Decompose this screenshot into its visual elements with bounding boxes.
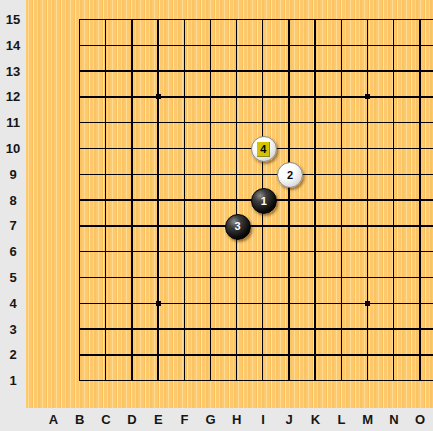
intersection-i9: 2 bbox=[276, 161, 302, 187]
intersection-g6 bbox=[224, 239, 250, 265]
intersection-b10 bbox=[93, 136, 119, 162]
row-label-13: 13 bbox=[0, 58, 26, 84]
intersection-b5 bbox=[93, 265, 119, 291]
intersection-m11 bbox=[381, 110, 407, 136]
intersection-n9 bbox=[407, 161, 433, 187]
intersection-f5 bbox=[197, 265, 223, 291]
intersection-h13 bbox=[250, 58, 276, 84]
intersection-a1 bbox=[66, 368, 92, 394]
intersection-a3 bbox=[66, 316, 92, 342]
intersection-a9 bbox=[66, 161, 92, 187]
intersection-c14 bbox=[119, 32, 145, 58]
intersection-i4 bbox=[276, 290, 302, 316]
intersection-d6 bbox=[145, 239, 171, 265]
intersection-g9 bbox=[224, 161, 250, 187]
intersection-c5 bbox=[119, 265, 145, 291]
intersection-g2 bbox=[224, 342, 250, 368]
intersection-m14 bbox=[381, 32, 407, 58]
intersection-b13 bbox=[93, 58, 119, 84]
intersection-b6 bbox=[93, 239, 119, 265]
intersection-j2 bbox=[302, 342, 328, 368]
intersection-j1 bbox=[302, 368, 328, 394]
star-point bbox=[365, 301, 370, 306]
intersection-a11 bbox=[66, 110, 92, 136]
row-label-3: 3 bbox=[0, 316, 26, 342]
intersection-f11 bbox=[197, 110, 223, 136]
intersection-e15 bbox=[171, 7, 197, 33]
intersection-i6 bbox=[276, 239, 302, 265]
intersection-d7 bbox=[145, 213, 171, 239]
intersection-e3 bbox=[171, 316, 197, 342]
intersection-n6 bbox=[407, 239, 433, 265]
intersection-c7 bbox=[119, 213, 145, 239]
intersection-m13 bbox=[381, 58, 407, 84]
intersection-n15 bbox=[407, 7, 433, 33]
column-label-m: M bbox=[355, 408, 381, 431]
column-label-d: D bbox=[119, 408, 145, 431]
column-label-j: J bbox=[276, 408, 302, 431]
intersection-e5 bbox=[171, 265, 197, 291]
intersection-a4 bbox=[66, 290, 92, 316]
intersection-f6 bbox=[197, 239, 223, 265]
column-label-g: G bbox=[198, 408, 224, 431]
intersection-l6 bbox=[354, 239, 380, 265]
intersection-h11 bbox=[250, 110, 276, 136]
intersection-i7 bbox=[276, 213, 302, 239]
column-label-k: K bbox=[302, 408, 328, 431]
intersection-d15 bbox=[145, 7, 171, 33]
intersection-m1 bbox=[381, 368, 407, 394]
intersection-c2 bbox=[119, 342, 145, 368]
intersection-k10 bbox=[328, 136, 354, 162]
intersection-j7 bbox=[302, 213, 328, 239]
intersection-i2 bbox=[276, 342, 302, 368]
intersection-d1 bbox=[145, 368, 171, 394]
intersection-f13 bbox=[197, 58, 223, 84]
intersection-m8 bbox=[381, 187, 407, 213]
intersection-a8 bbox=[66, 187, 92, 213]
column-label-o: O bbox=[407, 408, 433, 431]
board-grid: 4213 bbox=[66, 7, 433, 394]
intersection-b8 bbox=[93, 187, 119, 213]
intersection-h12 bbox=[250, 84, 276, 110]
intersection-e14 bbox=[171, 32, 197, 58]
intersection-a10 bbox=[66, 136, 92, 162]
intersection-n2 bbox=[407, 342, 433, 368]
intersection-k5 bbox=[328, 265, 354, 291]
intersection-i1 bbox=[276, 368, 302, 394]
intersection-a12 bbox=[66, 84, 92, 110]
intersection-k7 bbox=[328, 213, 354, 239]
intersection-l15 bbox=[354, 7, 380, 33]
intersection-h3 bbox=[250, 316, 276, 342]
intersection-b4 bbox=[93, 290, 119, 316]
intersection-m3 bbox=[381, 316, 407, 342]
row-label-14: 14 bbox=[0, 32, 26, 58]
row-label-5: 5 bbox=[0, 265, 26, 291]
intersection-c15 bbox=[119, 7, 145, 33]
intersection-f12 bbox=[197, 84, 223, 110]
intersection-n3 bbox=[407, 316, 433, 342]
intersection-b2 bbox=[93, 342, 119, 368]
intersection-g1 bbox=[224, 368, 250, 394]
intersection-e4 bbox=[171, 290, 197, 316]
intersection-g5 bbox=[224, 265, 250, 291]
row-label-11: 11 bbox=[0, 110, 26, 136]
intersection-m4 bbox=[381, 290, 407, 316]
intersection-f9 bbox=[197, 161, 223, 187]
intersection-a2 bbox=[66, 342, 92, 368]
intersection-k15 bbox=[328, 7, 354, 33]
intersection-a13 bbox=[66, 58, 92, 84]
intersection-j3 bbox=[302, 316, 328, 342]
go-diagram: 4213 151413121110987654321 ABCDEFGHIJKLM… bbox=[0, 0, 433, 431]
intersection-l11 bbox=[354, 110, 380, 136]
intersection-b11 bbox=[93, 110, 119, 136]
intersection-g14 bbox=[224, 32, 250, 58]
intersection-d13 bbox=[145, 58, 171, 84]
stone-white-i9: 2 bbox=[277, 162, 303, 188]
intersection-j15 bbox=[302, 7, 328, 33]
intersection-j6 bbox=[302, 239, 328, 265]
intersection-c4 bbox=[119, 290, 145, 316]
intersection-d3 bbox=[145, 316, 171, 342]
intersection-g8 bbox=[224, 187, 250, 213]
intersection-n8 bbox=[407, 187, 433, 213]
intersection-e2 bbox=[171, 342, 197, 368]
intersection-h2 bbox=[250, 342, 276, 368]
intersection-a7 bbox=[66, 213, 92, 239]
row-label-7: 7 bbox=[0, 213, 26, 239]
intersection-l9 bbox=[354, 161, 380, 187]
intersection-k6 bbox=[328, 239, 354, 265]
intersection-f3 bbox=[197, 316, 223, 342]
intersection-i12 bbox=[276, 84, 302, 110]
intersection-b7 bbox=[93, 213, 119, 239]
column-label-i: I bbox=[250, 408, 276, 431]
intersection-k2 bbox=[328, 342, 354, 368]
intersection-m6 bbox=[381, 239, 407, 265]
intersection-f1 bbox=[197, 368, 223, 394]
intersection-l10 bbox=[354, 136, 380, 162]
intersection-g11 bbox=[224, 110, 250, 136]
intersection-i15 bbox=[276, 7, 302, 33]
move-number: 2 bbox=[287, 169, 293, 182]
intersection-h10: 4 bbox=[250, 136, 276, 162]
row-label-6: 6 bbox=[0, 239, 26, 265]
intersection-b3 bbox=[93, 316, 119, 342]
intersection-h4 bbox=[250, 290, 276, 316]
intersection-c8 bbox=[119, 187, 145, 213]
intersection-g15 bbox=[224, 7, 250, 33]
intersection-k4 bbox=[328, 290, 354, 316]
intersection-f14 bbox=[197, 32, 223, 58]
intersection-l5 bbox=[354, 265, 380, 291]
intersection-e12 bbox=[171, 84, 197, 110]
intersection-d11 bbox=[145, 110, 171, 136]
intersection-a6 bbox=[66, 239, 92, 265]
row-label-15: 15 bbox=[0, 7, 26, 33]
row-label-9: 9 bbox=[0, 161, 26, 187]
intersection-i10 bbox=[276, 136, 302, 162]
intersection-k9 bbox=[328, 161, 354, 187]
intersection-n10 bbox=[407, 136, 433, 162]
intersection-l13 bbox=[354, 58, 380, 84]
intersection-g7: 3 bbox=[224, 213, 250, 239]
column-labels: ABCDEFGHIJKLMNO bbox=[40, 408, 433, 431]
intersection-h15 bbox=[250, 7, 276, 33]
intersection-e10 bbox=[171, 136, 197, 162]
star-point bbox=[365, 94, 370, 99]
intersection-i3 bbox=[276, 316, 302, 342]
intersection-m2 bbox=[381, 342, 407, 368]
intersection-d2 bbox=[145, 342, 171, 368]
intersection-k11 bbox=[328, 110, 354, 136]
intersection-b9 bbox=[93, 161, 119, 187]
intersection-l2 bbox=[354, 342, 380, 368]
intersection-c10 bbox=[119, 136, 145, 162]
intersection-k1 bbox=[328, 368, 354, 394]
star-point bbox=[156, 94, 161, 99]
stone-white-h10: 4 bbox=[251, 136, 277, 162]
intersection-h14 bbox=[250, 32, 276, 58]
intersection-g4 bbox=[224, 290, 250, 316]
intersection-g13 bbox=[224, 58, 250, 84]
intersection-c3 bbox=[119, 316, 145, 342]
column-label-b: B bbox=[67, 408, 93, 431]
intersection-i13 bbox=[276, 58, 302, 84]
intersection-h8: 1 bbox=[250, 187, 276, 213]
stone-black-h8: 1 bbox=[251, 188, 277, 214]
intersection-m7 bbox=[381, 213, 407, 239]
intersection-e1 bbox=[171, 368, 197, 394]
intersection-b14 bbox=[93, 32, 119, 58]
intersection-c6 bbox=[119, 239, 145, 265]
stone-black-g7: 3 bbox=[225, 214, 251, 240]
intersection-l4 bbox=[354, 290, 380, 316]
intersection-j10 bbox=[302, 136, 328, 162]
intersection-e13 bbox=[171, 58, 197, 84]
intersection-l1 bbox=[354, 368, 380, 394]
intersection-m12 bbox=[381, 84, 407, 110]
intersection-l7 bbox=[354, 213, 380, 239]
column-label-l: L bbox=[328, 408, 354, 431]
intersection-f10 bbox=[197, 136, 223, 162]
intersection-i14 bbox=[276, 32, 302, 58]
intersection-k8 bbox=[328, 187, 354, 213]
column-label-c: C bbox=[93, 408, 119, 431]
column-label-e: E bbox=[145, 408, 171, 431]
intersection-m10 bbox=[381, 136, 407, 162]
intersection-m9 bbox=[381, 161, 407, 187]
intersection-k12 bbox=[328, 84, 354, 110]
intersection-n11 bbox=[407, 110, 433, 136]
intersection-c13 bbox=[119, 58, 145, 84]
intersection-f15 bbox=[197, 7, 223, 33]
intersection-h1 bbox=[250, 368, 276, 394]
intersection-j5 bbox=[302, 265, 328, 291]
intersection-d8 bbox=[145, 187, 171, 213]
row-label-8: 8 bbox=[0, 187, 26, 213]
intersection-n5 bbox=[407, 265, 433, 291]
row-labels: 151413121110987654321 bbox=[0, 7, 26, 394]
intersection-l12 bbox=[354, 84, 380, 110]
intersection-h6 bbox=[250, 239, 276, 265]
intersection-k13 bbox=[328, 58, 354, 84]
intersection-d10 bbox=[145, 136, 171, 162]
intersection-a5 bbox=[66, 265, 92, 291]
intersection-d9 bbox=[145, 161, 171, 187]
intersection-g3 bbox=[224, 316, 250, 342]
intersection-l3 bbox=[354, 316, 380, 342]
intersection-f7 bbox=[197, 213, 223, 239]
intersection-j11 bbox=[302, 110, 328, 136]
intersection-e11 bbox=[171, 110, 197, 136]
row-label-1: 1 bbox=[0, 368, 26, 394]
intersection-b15 bbox=[93, 7, 119, 33]
column-label-n: N bbox=[381, 408, 407, 431]
intersection-l14 bbox=[354, 32, 380, 58]
star-point bbox=[156, 301, 161, 306]
intersection-m15 bbox=[381, 7, 407, 33]
intersection-j14 bbox=[302, 32, 328, 58]
intersection-b1 bbox=[93, 368, 119, 394]
intersection-d5 bbox=[145, 265, 171, 291]
column-label-h: H bbox=[224, 408, 250, 431]
move-number: 4 bbox=[257, 142, 270, 157]
intersection-g10 bbox=[224, 136, 250, 162]
intersection-f2 bbox=[197, 342, 223, 368]
intersection-j9 bbox=[302, 161, 328, 187]
intersection-c12 bbox=[119, 84, 145, 110]
intersection-j4 bbox=[302, 290, 328, 316]
go-board: 4213 bbox=[26, 0, 433, 408]
row-label-4: 4 bbox=[0, 290, 26, 316]
intersection-e9 bbox=[171, 161, 197, 187]
move-number: 3 bbox=[235, 220, 241, 233]
intersection-d12 bbox=[145, 84, 171, 110]
intersection-h9 bbox=[250, 161, 276, 187]
intersection-n4 bbox=[407, 290, 433, 316]
intersection-n14 bbox=[407, 32, 433, 58]
intersection-e6 bbox=[171, 239, 197, 265]
row-label-2: 2 bbox=[0, 342, 26, 368]
intersection-d4 bbox=[145, 290, 171, 316]
column-label-f: F bbox=[171, 408, 197, 431]
row-label-12: 12 bbox=[0, 84, 26, 110]
intersection-c1 bbox=[119, 368, 145, 394]
intersection-d14 bbox=[145, 32, 171, 58]
intersection-b12 bbox=[93, 84, 119, 110]
intersection-j13 bbox=[302, 58, 328, 84]
intersection-n12 bbox=[407, 84, 433, 110]
intersection-c9 bbox=[119, 161, 145, 187]
intersection-j12 bbox=[302, 84, 328, 110]
intersection-e7 bbox=[171, 213, 197, 239]
intersection-e8 bbox=[171, 187, 197, 213]
intersection-n13 bbox=[407, 58, 433, 84]
intersection-k14 bbox=[328, 32, 354, 58]
intersection-j8 bbox=[302, 187, 328, 213]
intersection-l8 bbox=[354, 187, 380, 213]
intersection-a14 bbox=[66, 32, 92, 58]
intersection-f4 bbox=[197, 290, 223, 316]
intersection-a15 bbox=[66, 7, 92, 33]
intersection-g12 bbox=[224, 84, 250, 110]
intersection-f8 bbox=[197, 187, 223, 213]
intersection-i5 bbox=[276, 265, 302, 291]
intersection-i11 bbox=[276, 110, 302, 136]
intersection-h7 bbox=[250, 213, 276, 239]
intersection-n1 bbox=[407, 368, 433, 394]
intersection-i8 bbox=[276, 187, 302, 213]
intersection-n7 bbox=[407, 213, 433, 239]
row-label-10: 10 bbox=[0, 136, 26, 162]
intersection-k3 bbox=[328, 316, 354, 342]
intersection-m5 bbox=[381, 265, 407, 291]
column-label-a: A bbox=[40, 408, 66, 431]
intersection-h5 bbox=[250, 265, 276, 291]
move-number: 1 bbox=[261, 195, 267, 208]
intersection-c11 bbox=[119, 110, 145, 136]
